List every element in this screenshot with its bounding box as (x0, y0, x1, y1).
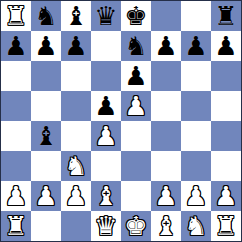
square-d3[interactable] (91, 151, 121, 181)
square-e1[interactable]: ♚ (121, 211, 151, 241)
square-d5[interactable]: ♟ (91, 91, 121, 121)
square-f1[interactable]: ♝ (151, 211, 181, 241)
square-d7[interactable] (91, 31, 121, 61)
piece-black-pawn[interactable]: ♟ (184, 31, 207, 61)
piece-black-queen[interactable]: ♛ (94, 1, 117, 31)
piece-white-pawn[interactable]: ♟ (4, 181, 27, 211)
square-b7[interactable]: ♟ (31, 31, 61, 61)
square-b6[interactable] (31, 61, 61, 91)
square-h1[interactable]: ♜ (211, 211, 241, 241)
piece-white-pawn[interactable]: ♟ (64, 181, 87, 211)
chess-board: ♜♞♝♛♚♜♟♟♟♞♟♟♟♟♟♟♝♟♞♟♟♟♝♟♟♟♜♛♚♝♞♜ (0, 0, 242, 242)
square-a4[interactable] (1, 121, 31, 151)
square-g1[interactable]: ♞ (181, 211, 211, 241)
square-f4[interactable] (151, 121, 181, 151)
piece-white-pawn[interactable]: ♟ (34, 181, 57, 211)
square-a3[interactable] (1, 151, 31, 181)
square-h8[interactable]: ♜ (211, 1, 241, 31)
piece-white-pawn[interactable]: ♟ (124, 91, 147, 121)
square-h3[interactable] (211, 151, 241, 181)
piece-black-rook[interactable]: ♜ (214, 1, 237, 31)
square-c6[interactable] (61, 61, 91, 91)
square-c7[interactable]: ♟ (61, 31, 91, 61)
piece-white-rook[interactable]: ♜ (214, 211, 237, 241)
square-a5[interactable] (1, 91, 31, 121)
square-d8[interactable]: ♛ (91, 1, 121, 31)
square-c1[interactable] (61, 211, 91, 241)
square-a2[interactable]: ♟ (1, 181, 31, 211)
piece-white-bishop[interactable]: ♝ (94, 181, 117, 211)
square-g5[interactable] (181, 91, 211, 121)
piece-white-rook[interactable]: ♜ (4, 1, 27, 31)
piece-black-pawn[interactable]: ♟ (64, 31, 87, 61)
square-b5[interactable] (31, 91, 61, 121)
piece-white-rook[interactable]: ♜ (4, 211, 27, 241)
square-g3[interactable] (181, 151, 211, 181)
piece-white-pawn[interactable]: ♟ (184, 181, 207, 211)
square-d1[interactable]: ♛ (91, 211, 121, 241)
piece-black-knight[interactable]: ♞ (124, 31, 147, 61)
square-d4[interactable]: ♟ (91, 121, 121, 151)
square-f7[interactable]: ♟ (151, 31, 181, 61)
square-a7[interactable]: ♟ (1, 31, 31, 61)
square-c2[interactable]: ♟ (61, 181, 91, 211)
square-c5[interactable] (61, 91, 91, 121)
piece-white-knight[interactable]: ♞ (184, 211, 207, 241)
piece-white-knight[interactable]: ♞ (64, 151, 87, 181)
square-f6[interactable] (151, 61, 181, 91)
piece-black-pawn[interactable]: ♟ (34, 31, 57, 61)
square-a6[interactable] (1, 61, 31, 91)
square-e8[interactable]: ♚ (121, 1, 151, 31)
square-c4[interactable] (61, 121, 91, 151)
square-e6[interactable]: ♟ (121, 61, 151, 91)
square-g4[interactable] (181, 121, 211, 151)
square-h7[interactable]: ♟ (211, 31, 241, 61)
square-f5[interactable] (151, 91, 181, 121)
piece-white-pawn[interactable]: ♟ (214, 181, 237, 211)
square-g8[interactable] (181, 1, 211, 31)
piece-white-queen[interactable]: ♛ (94, 211, 117, 241)
piece-black-pawn[interactable]: ♟ (94, 91, 117, 121)
square-e3[interactable] (121, 151, 151, 181)
piece-black-king[interactable]: ♚ (124, 1, 147, 31)
square-b1[interactable] (31, 211, 61, 241)
piece-black-pawn[interactable]: ♟ (154, 31, 177, 61)
square-d6[interactable] (91, 61, 121, 91)
square-a8[interactable]: ♜ (1, 1, 31, 31)
square-c3[interactable]: ♞ (61, 151, 91, 181)
square-b3[interactable] (31, 151, 61, 181)
square-g7[interactable]: ♟ (181, 31, 211, 61)
square-e2[interactable] (121, 181, 151, 211)
piece-black-pawn[interactable]: ♟ (4, 31, 27, 61)
square-e7[interactable]: ♞ (121, 31, 151, 61)
square-h6[interactable] (211, 61, 241, 91)
square-f3[interactable] (151, 151, 181, 181)
piece-white-king[interactable]: ♚ (124, 211, 147, 241)
square-g6[interactable] (181, 61, 211, 91)
piece-white-pawn[interactable]: ♟ (154, 181, 177, 211)
piece-black-bishop[interactable]: ♝ (34, 121, 57, 151)
square-f2[interactable]: ♟ (151, 181, 181, 211)
piece-white-bishop[interactable]: ♝ (154, 211, 177, 241)
piece-black-knight[interactable]: ♞ (34, 1, 57, 31)
square-h4[interactable] (211, 121, 241, 151)
piece-black-bishop[interactable]: ♝ (64, 1, 87, 31)
square-e4[interactable] (121, 121, 151, 151)
piece-black-pawn[interactable]: ♟ (214, 31, 237, 61)
piece-white-pawn[interactable]: ♟ (94, 121, 117, 151)
square-b4[interactable]: ♝ (31, 121, 61, 151)
square-b2[interactable]: ♟ (31, 181, 61, 211)
square-g2[interactable]: ♟ (181, 181, 211, 211)
square-a1[interactable]: ♜ (1, 211, 31, 241)
piece-black-pawn[interactable]: ♟ (124, 61, 147, 91)
square-b8[interactable]: ♞ (31, 1, 61, 31)
square-c8[interactable]: ♝ (61, 1, 91, 31)
square-h5[interactable] (211, 91, 241, 121)
square-h2[interactable]: ♟ (211, 181, 241, 211)
square-f8[interactable] (151, 1, 181, 31)
square-e5[interactable]: ♟ (121, 91, 151, 121)
square-d2[interactable]: ♝ (91, 181, 121, 211)
